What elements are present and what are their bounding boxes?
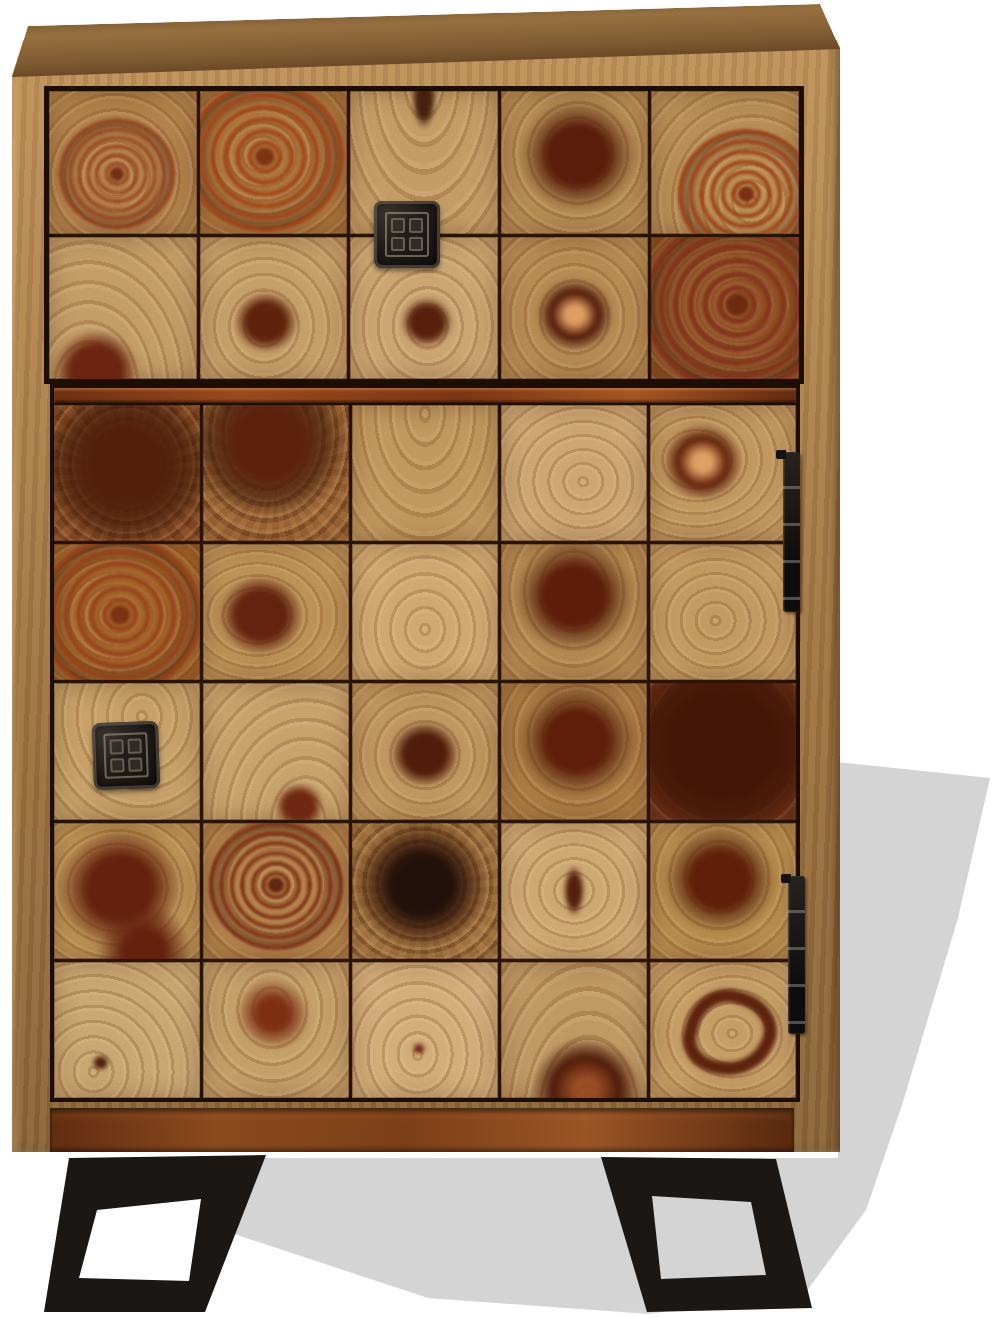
- door-handle-motif: [103, 732, 149, 779]
- door-handle: [92, 721, 160, 790]
- right-leg: [601, 1157, 812, 1312]
- metal-legs: [0, 0, 1000, 1318]
- hinge-top: [783, 452, 800, 612]
- drawer-handle: [374, 201, 440, 268]
- left-leg: [44, 1155, 266, 1312]
- drawer-handle-motif: [385, 212, 429, 257]
- product-photo: [0, 0, 1000, 1318]
- hinge-bottom: [788, 876, 805, 1034]
